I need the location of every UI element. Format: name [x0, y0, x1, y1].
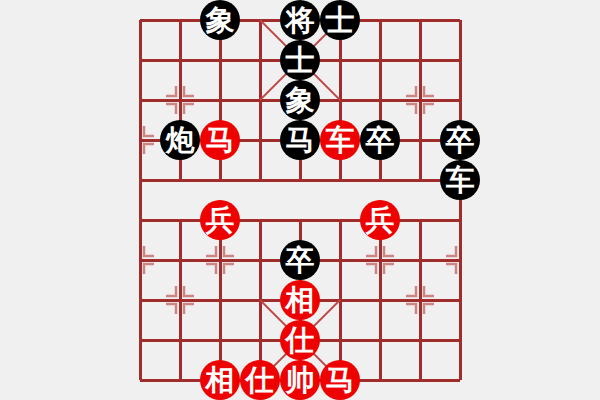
piece-red-general[interactable]: 帅: [280, 360, 320, 400]
piece-red-soldier[interactable]: 兵: [200, 200, 240, 240]
piece-red-advisor[interactable]: 仕: [240, 360, 280, 400]
piece-black-advisor[interactable]: 士: [320, 0, 360, 40]
xiangqi-game-screen: 象将士士象炮马马车卒卒车兵兵卒相仕相仕帅马: [0, 0, 600, 400]
piece-red-horse[interactable]: 马: [200, 120, 240, 160]
piece-red-horse[interactable]: 马: [320, 360, 360, 400]
piece-black-horse[interactable]: 马: [280, 120, 320, 160]
piece-black-soldier[interactable]: 卒: [280, 240, 320, 280]
piece-red-soldier[interactable]: 兵: [360, 200, 400, 240]
piece-black-chariot[interactable]: 车: [440, 160, 480, 200]
piece-red-elephant[interactable]: 相: [200, 360, 240, 400]
piece-black-soldier[interactable]: 卒: [360, 120, 400, 160]
xiangqi-board: 象将士士象炮马马车卒卒车兵兵卒相仕相仕帅马: [120, 0, 480, 400]
piece-red-elephant[interactable]: 相: [280, 280, 320, 320]
piece-black-soldier[interactable]: 卒: [440, 120, 480, 160]
piece-red-chariot[interactable]: 车: [320, 120, 360, 160]
piece-black-cannon[interactable]: 炮: [160, 120, 200, 160]
piece-red-advisor[interactable]: 仕: [280, 320, 320, 360]
piece-black-elephant[interactable]: 象: [280, 80, 320, 120]
piece-black-elephant[interactable]: 象: [200, 0, 240, 40]
piece-black-general[interactable]: 将: [280, 0, 320, 40]
piece-black-advisor[interactable]: 士: [280, 40, 320, 80]
